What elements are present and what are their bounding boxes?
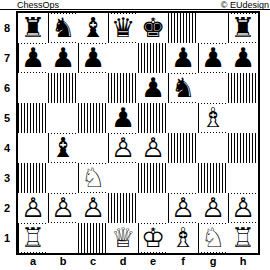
rank-labels: 87654321 [0, 13, 14, 253]
white-rook: ♖ [20, 224, 46, 252]
square-e3[interactable] [138, 163, 168, 193]
square-c2[interactable]: ♙ [78, 193, 108, 223]
square-g8[interactable] [198, 13, 228, 43]
rank-label-8: 8 [0, 13, 14, 43]
square-c3[interactable]: ♘ [78, 163, 108, 193]
white-pawn: ♙ [110, 134, 136, 162]
rank-label-6: 6 [0, 73, 14, 103]
square-e6[interactable]: ♟ [138, 73, 168, 103]
chess-board: ♜♞♝♛♚♜♟♟♟♟♟♟♟♞♟♗♝♙♙♘♙♙♙♙♙♙♖♕♔♗♘♖ [16, 11, 260, 255]
black-king: ♚ [140, 14, 166, 42]
square-a3[interactable] [18, 163, 48, 193]
white-pawn: ♙ [20, 194, 46, 222]
square-h7[interactable]: ♟ [228, 43, 258, 73]
square-b1[interactable] [48, 223, 78, 253]
square-b8[interactable]: ♞ [48, 13, 78, 43]
white-queen: ♕ [110, 224, 136, 252]
square-e2[interactable] [138, 193, 168, 223]
black-pawn: ♟ [140, 74, 166, 102]
square-d5[interactable]: ♟ [108, 103, 138, 133]
white-pawn: ♙ [230, 194, 256, 222]
square-b7[interactable]: ♟ [48, 43, 78, 73]
square-b3[interactable] [48, 163, 78, 193]
square-g1[interactable]: ♘ [198, 223, 228, 253]
black-pawn: ♟ [20, 44, 46, 72]
square-f8[interactable] [168, 13, 198, 43]
black-queen: ♛ [110, 14, 136, 42]
rank-label-1: 1 [0, 223, 14, 253]
rank-label-7: 7 [0, 43, 14, 73]
black-knight: ♞ [170, 74, 196, 102]
square-f6[interactable]: ♞ [168, 73, 198, 103]
black-pawn: ♟ [80, 44, 106, 72]
white-bishop: ♗ [170, 224, 196, 252]
white-bishop: ♗ [200, 104, 226, 132]
white-pawn: ♙ [140, 134, 166, 162]
square-a7[interactable]: ♟ [18, 43, 48, 73]
square-f5[interactable] [168, 103, 198, 133]
white-pawn: ♙ [170, 194, 196, 222]
rank-label-5: 5 [0, 103, 14, 133]
square-h1[interactable]: ♖ [228, 223, 258, 253]
square-g5[interactable]: ♗ [198, 103, 228, 133]
file-label-g: g [198, 255, 228, 268]
square-f7[interactable]: ♟ [168, 43, 198, 73]
file-labels: abcdefgh [18, 255, 258, 268]
square-b5[interactable] [48, 103, 78, 133]
square-a6[interactable] [18, 73, 48, 103]
square-b2[interactable]: ♙ [48, 193, 78, 223]
white-pawn: ♙ [50, 194, 76, 222]
black-knight: ♞ [50, 14, 76, 42]
black-bishop: ♝ [80, 14, 106, 42]
square-h2[interactable]: ♙ [228, 193, 258, 223]
file-label-e: e [138, 255, 168, 268]
square-g3[interactable] [198, 163, 228, 193]
square-c1[interactable] [78, 223, 108, 253]
square-e1[interactable]: ♔ [138, 223, 168, 253]
black-pawn: ♟ [230, 44, 256, 72]
square-a1[interactable]: ♖ [18, 223, 48, 253]
square-e7[interactable] [138, 43, 168, 73]
square-c7[interactable]: ♟ [78, 43, 108, 73]
file-label-c: c [78, 255, 108, 268]
header: ChessOps © EUdesign [0, 0, 270, 10]
square-g6[interactable] [198, 73, 228, 103]
black-pawn: ♟ [170, 44, 196, 72]
square-d8[interactable]: ♛ [108, 13, 138, 43]
square-h4[interactable] [228, 133, 258, 163]
square-d4[interactable]: ♙ [108, 133, 138, 163]
rank-label-3: 3 [0, 163, 14, 193]
square-f4[interactable] [168, 133, 198, 163]
square-a5[interactable] [18, 103, 48, 133]
square-h8[interactable]: ♜ [228, 13, 258, 43]
square-g7[interactable]: ♟ [198, 43, 228, 73]
file-label-f: f [168, 255, 198, 268]
square-b6[interactable] [48, 73, 78, 103]
square-c8[interactable]: ♝ [78, 13, 108, 43]
app-title: ChessOps [17, 1, 59, 10]
square-c5[interactable] [78, 103, 108, 133]
black-pawn: ♟ [110, 104, 136, 132]
square-d6[interactable] [108, 73, 138, 103]
black-bishop: ♝ [50, 134, 76, 162]
square-e8[interactable]: ♚ [138, 13, 168, 43]
square-g2[interactable]: ♙ [198, 193, 228, 223]
square-g4[interactable] [198, 133, 228, 163]
square-c4[interactable] [78, 133, 108, 163]
white-king: ♔ [140, 224, 166, 252]
copyright-label: © EUdesign [221, 1, 269, 10]
square-b4[interactable]: ♝ [48, 133, 78, 163]
square-e5[interactable] [138, 103, 168, 133]
square-h5[interactable] [228, 103, 258, 133]
square-d1[interactable]: ♕ [108, 223, 138, 253]
white-knight: ♘ [80, 164, 106, 192]
square-f1[interactable]: ♗ [168, 223, 198, 253]
square-f2[interactable]: ♙ [168, 193, 198, 223]
black-rook: ♜ [230, 14, 256, 42]
black-rook: ♜ [20, 14, 46, 42]
square-a8[interactable]: ♜ [18, 13, 48, 43]
file-label-b: b [48, 255, 78, 268]
white-pawn: ♙ [200, 194, 226, 222]
square-d7[interactable] [108, 43, 138, 73]
black-pawn: ♟ [50, 44, 76, 72]
square-a2[interactable]: ♙ [18, 193, 48, 223]
file-label-d: d [108, 255, 138, 268]
white-rook: ♖ [230, 224, 256, 252]
square-c6[interactable] [78, 73, 108, 103]
square-d3[interactable] [108, 163, 138, 193]
black-pawn: ♟ [200, 44, 226, 72]
white-knight: ♘ [200, 224, 226, 252]
square-d2[interactable] [108, 193, 138, 223]
square-f3[interactable] [168, 163, 198, 193]
square-a4[interactable] [18, 133, 48, 163]
rank-label-4: 4 [0, 133, 14, 163]
white-pawn: ♙ [80, 194, 106, 222]
rank-label-2: 2 [0, 193, 14, 223]
file-label-h: h [228, 255, 258, 268]
square-h3[interactable] [228, 163, 258, 193]
square-e4[interactable]: ♙ [138, 133, 168, 163]
square-h6[interactable] [228, 73, 258, 103]
file-label-a: a [18, 255, 48, 268]
